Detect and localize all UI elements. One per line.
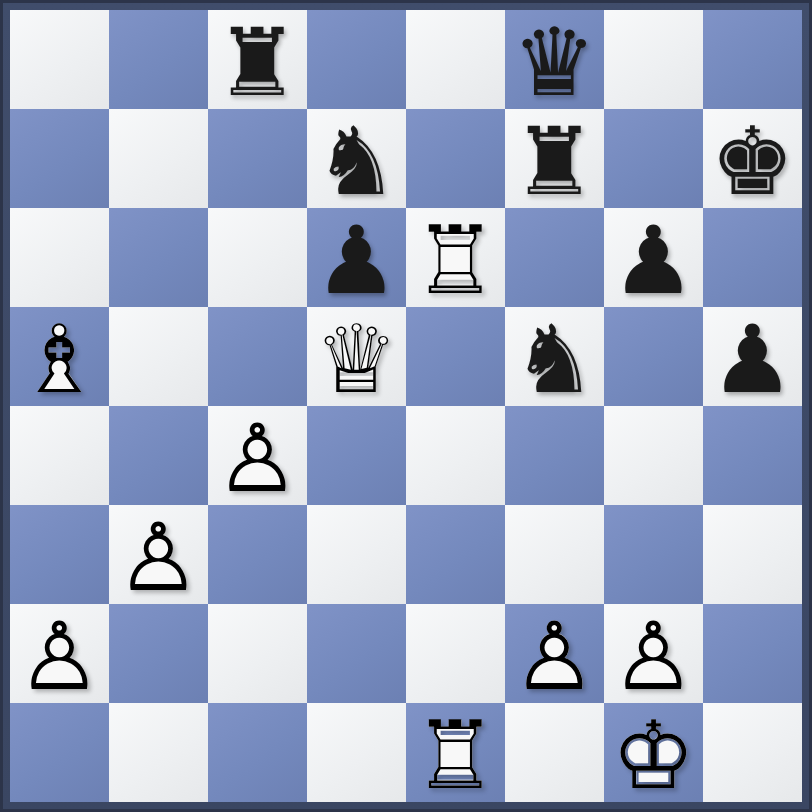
piece-white-king[interactable]: ♚♔ (604, 703, 703, 802)
black-king-glyph: ♚ (703, 112, 802, 211)
square-h5[interactable]: ♟ (703, 307, 802, 406)
square-b5[interactable] (109, 307, 208, 406)
square-g8[interactable] (604, 10, 703, 109)
square-c6[interactable] (208, 208, 307, 307)
square-a8[interactable] (10, 10, 109, 109)
square-f1[interactable] (505, 703, 604, 802)
square-f4[interactable] (505, 406, 604, 505)
square-g7[interactable] (604, 109, 703, 208)
square-f7[interactable]: ♜ (505, 109, 604, 208)
square-e4[interactable] (406, 406, 505, 505)
square-h1[interactable] (703, 703, 802, 802)
square-c7[interactable] (208, 109, 307, 208)
white-pawn-outline: ♙ (505, 607, 604, 706)
square-f3[interactable] (505, 505, 604, 604)
square-a6[interactable] (10, 208, 109, 307)
piece-white-pawn[interactable]: ♟♙ (10, 604, 109, 703)
square-g3[interactable] (604, 505, 703, 604)
square-f2[interactable]: ♟♙ (505, 604, 604, 703)
square-d4[interactable] (307, 406, 406, 505)
square-a2[interactable]: ♟♙ (10, 604, 109, 703)
piece-white-pawn[interactable]: ♟♙ (505, 604, 604, 703)
square-b7[interactable] (109, 109, 208, 208)
chess-board: ♜♛♞♜♚♟♜♖♟♝♗♛♕♞♟♟♙♟♙♟♙♟♙♟♙♜♖♚♔ (10, 10, 802, 802)
square-d7[interactable]: ♞ (307, 109, 406, 208)
square-c2[interactable] (208, 604, 307, 703)
square-b1[interactable] (109, 703, 208, 802)
black-knight-glyph: ♞ (307, 112, 406, 211)
square-c1[interactable] (208, 703, 307, 802)
white-pawn-outline: ♙ (604, 607, 703, 706)
square-g4[interactable] (604, 406, 703, 505)
square-d3[interactable] (307, 505, 406, 604)
square-h2[interactable] (703, 604, 802, 703)
square-a5[interactable]: ♝♗ (10, 307, 109, 406)
piece-black-queen[interactable]: ♛ (505, 10, 604, 109)
black-pawn-glyph: ♟ (307, 211, 406, 310)
square-e6[interactable]: ♜♖ (406, 208, 505, 307)
piece-white-queen[interactable]: ♛♕ (307, 307, 406, 406)
square-e7[interactable] (406, 109, 505, 208)
square-e1[interactable]: ♜♖ (406, 703, 505, 802)
square-d1[interactable] (307, 703, 406, 802)
piece-black-pawn[interactable]: ♟ (703, 307, 802, 406)
square-e8[interactable] (406, 10, 505, 109)
square-g2[interactable]: ♟♙ (604, 604, 703, 703)
white-pawn-outline: ♙ (10, 607, 109, 706)
piece-black-knight[interactable]: ♞ (307, 109, 406, 208)
piece-white-pawn[interactable]: ♟♙ (604, 604, 703, 703)
square-h3[interactable] (703, 505, 802, 604)
black-pawn-glyph: ♟ (604, 211, 703, 310)
square-b6[interactable] (109, 208, 208, 307)
piece-black-pawn[interactable]: ♟ (307, 208, 406, 307)
square-h8[interactable] (703, 10, 802, 109)
piece-black-rook[interactable]: ♜ (505, 109, 604, 208)
square-b3[interactable]: ♟♙ (109, 505, 208, 604)
square-d8[interactable] (307, 10, 406, 109)
piece-white-rook[interactable]: ♜♖ (406, 703, 505, 802)
white-king-outline: ♔ (604, 706, 703, 805)
black-queen-glyph: ♛ (505, 13, 604, 112)
black-rook-glyph: ♜ (505, 112, 604, 211)
black-knight-glyph: ♞ (505, 310, 604, 409)
square-e3[interactable] (406, 505, 505, 604)
white-pawn-outline: ♙ (109, 508, 208, 607)
square-d2[interactable] (307, 604, 406, 703)
black-rook-glyph: ♜ (208, 13, 307, 112)
square-a1[interactable] (10, 703, 109, 802)
square-g5[interactable] (604, 307, 703, 406)
square-e2[interactable] (406, 604, 505, 703)
square-c5[interactable] (208, 307, 307, 406)
piece-white-rook[interactable]: ♜♖ (406, 208, 505, 307)
square-c4[interactable]: ♟♙ (208, 406, 307, 505)
piece-black-rook[interactable]: ♜ (208, 10, 307, 109)
white-rook-outline: ♖ (406, 211, 505, 310)
board-frame: ♜♛♞♜♚♟♜♖♟♝♗♛♕♞♟♟♙♟♙♟♙♟♙♟♙♜♖♚♔ (0, 0, 812, 812)
square-b8[interactable] (109, 10, 208, 109)
square-a7[interactable] (10, 109, 109, 208)
square-f8[interactable]: ♛ (505, 10, 604, 109)
square-a3[interactable] (10, 505, 109, 604)
square-e5[interactable] (406, 307, 505, 406)
black-pawn-glyph: ♟ (703, 310, 802, 409)
white-pawn-outline: ♙ (208, 409, 307, 508)
square-c3[interactable] (208, 505, 307, 604)
square-a4[interactable] (10, 406, 109, 505)
white-queen-outline: ♕ (307, 310, 406, 409)
square-g6[interactable]: ♟ (604, 208, 703, 307)
piece-white-bishop[interactable]: ♝♗ (10, 307, 109, 406)
piece-black-knight[interactable]: ♞ (505, 307, 604, 406)
square-d6[interactable]: ♟ (307, 208, 406, 307)
piece-black-king[interactable]: ♚ (703, 109, 802, 208)
square-h7[interactable]: ♚ (703, 109, 802, 208)
piece-white-pawn[interactable]: ♟♙ (208, 406, 307, 505)
square-f6[interactable] (505, 208, 604, 307)
square-b4[interactable] (109, 406, 208, 505)
white-rook-outline: ♖ (406, 706, 505, 805)
square-h4[interactable] (703, 406, 802, 505)
square-h6[interactable] (703, 208, 802, 307)
square-f5[interactable]: ♞ (505, 307, 604, 406)
square-d5[interactable]: ♛♕ (307, 307, 406, 406)
white-bishop-outline: ♗ (10, 310, 109, 409)
piece-white-pawn[interactable]: ♟♙ (109, 505, 208, 604)
square-g1[interactable]: ♚♔ (604, 703, 703, 802)
square-c8[interactable]: ♜ (208, 10, 307, 109)
piece-black-pawn[interactable]: ♟ (604, 208, 703, 307)
square-b2[interactable] (109, 604, 208, 703)
